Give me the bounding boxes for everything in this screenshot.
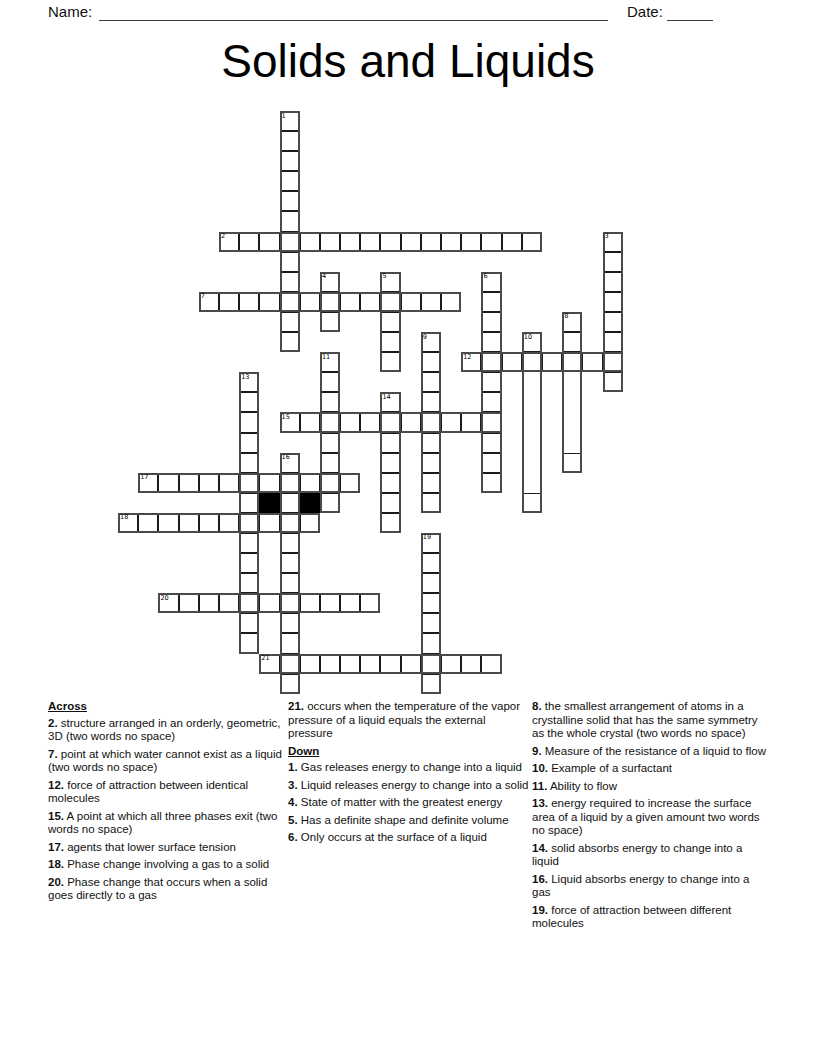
crossword-grid: 123456789101112131415161718192021 xyxy=(118,111,623,694)
grid-cell[interactable] xyxy=(421,392,441,412)
grid-cell[interactable] xyxy=(340,292,360,312)
clue-num-label: 17. xyxy=(48,841,64,853)
grid-cell[interactable] xyxy=(340,593,360,613)
grid-cell[interactable] xyxy=(421,372,441,392)
grid-cell[interactable] xyxy=(441,412,461,432)
grid-cell[interactable] xyxy=(421,412,441,432)
clue-num-label: 19. xyxy=(532,904,548,916)
grid-cell[interactable] xyxy=(340,654,360,674)
grid-cell[interactable] xyxy=(481,312,501,332)
grid-cell[interactable] xyxy=(300,232,320,252)
grid-cell[interactable] xyxy=(603,332,623,352)
clue-num-label: 2. xyxy=(48,717,58,729)
grid-cell[interactable] xyxy=(340,473,360,493)
date-blank-line[interactable] xyxy=(667,20,713,21)
grid-cell[interactable] xyxy=(239,593,259,613)
grid-cell[interactable] xyxy=(259,473,279,493)
worksheet-page: Name: Date: Solids and Liquids 123456789… xyxy=(0,0,816,1056)
grid-cell[interactable] xyxy=(421,433,441,453)
grid-cell[interactable] xyxy=(320,453,340,473)
grid-cell[interactable] xyxy=(280,513,300,533)
grid-cell[interactable] xyxy=(421,613,441,633)
clue-19: 19. force of attraction between differen… xyxy=(532,904,768,931)
grid-cell[interactable] xyxy=(199,292,219,312)
grid-cell[interactable] xyxy=(481,654,501,674)
grid-cell[interactable] xyxy=(280,473,300,493)
clue-1: 1. Gas releases energy to change into a … xyxy=(288,761,529,775)
grid-cell[interactable] xyxy=(522,493,542,513)
clue-num-label: 18. xyxy=(48,858,64,870)
clue-num-label: 20. xyxy=(48,876,64,888)
grid-cell[interactable] xyxy=(179,513,199,533)
clue-text: Example of a surfactant xyxy=(548,762,672,774)
grid-cell[interactable] xyxy=(441,654,461,674)
clue-num-label: 6. xyxy=(288,831,298,843)
grid-cell[interactable] xyxy=(239,533,259,553)
grid-cell[interactable] xyxy=(158,593,178,613)
grid-cell[interactable] xyxy=(421,633,441,653)
grid-cell[interactable] xyxy=(380,513,400,533)
clue-num-label: 1. xyxy=(288,761,298,773)
name-blank-line[interactable] xyxy=(99,20,608,21)
grid-cell[interactable] xyxy=(562,352,582,372)
grid-cell[interactable] xyxy=(421,553,441,573)
grid-cell[interactable] xyxy=(320,272,340,292)
grid-cell[interactable] xyxy=(502,352,522,372)
clue-num-label: 5. xyxy=(288,814,298,826)
grid-cell[interactable] xyxy=(259,292,279,312)
clue-num-label: 10. xyxy=(532,762,548,774)
grid-cell[interactable] xyxy=(542,352,562,372)
clue-text: Gas releases energy to change into a liq… xyxy=(298,761,522,773)
grid-cell[interactable] xyxy=(320,493,340,513)
grid-cell[interactable] xyxy=(380,412,400,432)
grid-cell[interactable] xyxy=(219,473,239,493)
grid-cell[interactable] xyxy=(603,252,623,272)
clue-text: solid absorbs energy to change into a li… xyxy=(532,842,742,868)
clue-text: force of attraction between identical mo… xyxy=(48,779,248,805)
clue-column-3: 8. the smallest arrangement of atoms in … xyxy=(532,700,768,935)
clue-num-label: 8. xyxy=(532,700,542,712)
clue-num-label: 13. xyxy=(532,797,548,809)
grid-cell[interactable] xyxy=(502,232,522,252)
black-cell xyxy=(300,493,320,513)
grid-cell[interactable] xyxy=(280,111,300,131)
grid-cell[interactable] xyxy=(380,352,400,372)
clue-3: 3. Liquid releases energy to change into… xyxy=(288,779,529,793)
grid-cell[interactable] xyxy=(380,332,400,352)
grid-cell[interactable] xyxy=(280,232,300,252)
grid-cell[interactable] xyxy=(199,513,219,533)
grid-cell[interactable] xyxy=(300,513,320,533)
grid-cell[interactable] xyxy=(461,352,481,372)
grid-cell[interactable] xyxy=(158,513,178,533)
grid-cell[interactable] xyxy=(300,593,320,613)
clue-18: 18. Phase change involving a gas to a so… xyxy=(48,858,286,872)
grid-cell[interactable] xyxy=(603,312,623,332)
grid-cell[interactable] xyxy=(421,473,441,493)
grid-cell[interactable] xyxy=(421,453,441,473)
clue-text: Liquid releases energy to change into a … xyxy=(298,779,529,791)
clue-10: 10. Example of a surfactant xyxy=(532,762,768,776)
grid-cell[interactable] xyxy=(360,232,380,252)
grid-cell[interactable] xyxy=(300,292,320,312)
grid-cell[interactable] xyxy=(118,513,138,533)
clue-text: point at which water cannot exist as a l… xyxy=(48,748,282,774)
grid-cell[interactable] xyxy=(280,493,300,513)
clue-7: 7. point at which water cannot exist as … xyxy=(48,748,286,775)
grid-cell[interactable] xyxy=(401,654,421,674)
grid-cell[interactable] xyxy=(280,553,300,573)
clue-text: occurs when the temperature of the vapor… xyxy=(288,700,520,739)
grid-cell[interactable] xyxy=(239,493,259,513)
grid-cell[interactable] xyxy=(603,272,623,292)
grid-cell[interactable] xyxy=(421,593,441,613)
name-label: Name: xyxy=(48,3,92,20)
grid-cell[interactable] xyxy=(239,513,259,533)
grid-cell[interactable] xyxy=(441,292,461,312)
grid-cell[interactable] xyxy=(481,433,501,453)
grid-cell[interactable] xyxy=(280,533,300,553)
grid-cell[interactable] xyxy=(441,232,461,252)
grid-cell[interactable] xyxy=(320,392,340,412)
clue-num-label: 3. xyxy=(288,779,298,791)
clue-17: 17. agents that lower surface tension xyxy=(48,841,286,855)
grid-cell[interactable] xyxy=(461,232,481,252)
grid-cell[interactable] xyxy=(280,633,300,653)
grid-cell[interactable] xyxy=(320,292,340,312)
clue-num-label: 12. xyxy=(48,779,64,791)
clue-11: 11. Ability to flow xyxy=(532,780,768,794)
grid-cell[interactable] xyxy=(380,654,400,674)
grid-cell[interactable] xyxy=(280,412,300,432)
clue-text: Ability to flow xyxy=(547,780,617,792)
date-label: Date: xyxy=(627,3,663,20)
grid-cell[interactable] xyxy=(421,352,441,372)
grid-cell[interactable] xyxy=(401,292,421,312)
clue-9: 9. Measure of the resistance of a liquid… xyxy=(532,745,768,759)
grid-cell[interactable] xyxy=(340,232,360,252)
grid-cell[interactable] xyxy=(461,654,481,674)
grid-cell[interactable] xyxy=(138,473,158,493)
clue-text: Phase change involving a gas to a solid xyxy=(64,858,269,870)
grid-cell[interactable] xyxy=(481,292,501,312)
grid-cell[interactable] xyxy=(481,453,501,473)
grid-cell[interactable] xyxy=(280,332,300,352)
grid-cell[interactable] xyxy=(421,292,441,312)
grid-cell[interactable] xyxy=(421,232,441,252)
grid-cell[interactable] xyxy=(421,654,441,674)
grid-cell[interactable] xyxy=(603,352,623,372)
clue-13: 13. energy required to increase the surf… xyxy=(532,797,768,838)
grid-cell[interactable] xyxy=(360,292,380,312)
grid-cell[interactable] xyxy=(280,191,300,211)
clue-text: Has a definite shape and definite volume xyxy=(298,814,509,826)
grid-cell[interactable] xyxy=(481,392,501,412)
grid-cell[interactable] xyxy=(280,151,300,171)
grid-cell[interactable] xyxy=(340,412,360,432)
grid-cell[interactable] xyxy=(421,332,441,352)
clue-text: Only occurs at the surface of a liquid xyxy=(298,831,487,843)
clue-15: 15. A point at which all three phases ex… xyxy=(48,810,286,837)
grid-cell[interactable] xyxy=(562,332,582,352)
grid-cell[interactable] xyxy=(421,674,441,694)
grid-cell[interactable] xyxy=(280,292,300,312)
grid-cell[interactable] xyxy=(522,232,542,252)
grid-cell[interactable] xyxy=(280,211,300,231)
grid-cell[interactable] xyxy=(380,453,400,473)
grid-cell[interactable] xyxy=(280,654,300,674)
grid-cell[interactable] xyxy=(239,433,259,453)
clue-12: 12. force of attraction between identica… xyxy=(48,779,286,806)
grid-cell[interactable] xyxy=(239,292,259,312)
grid-cell[interactable] xyxy=(522,332,542,352)
clue-num-label: 9. xyxy=(532,745,542,757)
clue-num-label: 14. xyxy=(532,842,548,854)
grid-cell[interactable] xyxy=(320,473,340,493)
grid-cell[interactable] xyxy=(138,513,158,533)
grid-cell[interactable] xyxy=(461,412,481,432)
grid-cell[interactable] xyxy=(219,513,239,533)
grid-cell[interactable] xyxy=(380,312,400,332)
grid-cell[interactable] xyxy=(219,593,239,613)
clue-4: 4. State of matter with the greatest ene… xyxy=(288,796,529,810)
grid-cell[interactable] xyxy=(320,433,340,453)
grid-cell[interactable] xyxy=(239,573,259,593)
grid-cell[interactable] xyxy=(280,312,300,332)
grid-cell[interactable] xyxy=(259,513,279,533)
grid-cell[interactable] xyxy=(562,312,582,332)
clue-21: 21. occurs when the temperature of the v… xyxy=(288,700,529,741)
clue-14: 14. solid absorbs energy to change into … xyxy=(532,842,768,869)
grid-cell[interactable] xyxy=(380,473,400,493)
grid-cell[interactable] xyxy=(320,654,340,674)
clue-8: 8. the smallest arrangement of atoms in … xyxy=(532,700,768,741)
clue-text: Measure of the resistance of a liquid to… xyxy=(542,745,766,757)
clue-text: Liquid absorbs energy to change into a g… xyxy=(532,873,749,899)
grid-cell[interactable] xyxy=(380,272,400,292)
clue-num-label: 15. xyxy=(48,810,64,822)
clue-num-label: 11. xyxy=(532,780,547,792)
clue-2: 2. structure arranged in an orderly, geo… xyxy=(48,717,286,744)
grid-cell[interactable] xyxy=(421,533,441,553)
grid-cell[interactable] xyxy=(219,292,239,312)
grid-cell[interactable] xyxy=(280,573,300,593)
clue-num-label: 21. xyxy=(288,700,304,712)
clue-num-label: 7. xyxy=(48,748,58,760)
grid-cell[interactable] xyxy=(481,272,501,292)
grid-cell[interactable] xyxy=(239,232,259,252)
grid-cell[interactable] xyxy=(300,473,320,493)
clue-num-label: 4. xyxy=(288,796,298,808)
grid-cell[interactable] xyxy=(179,473,199,493)
grid-cell[interactable] xyxy=(380,232,400,252)
grid-cell[interactable] xyxy=(300,654,320,674)
grid-cell[interactable] xyxy=(300,412,320,432)
clue-6: 6. Only occurs at the surface of a liqui… xyxy=(288,831,529,845)
grid-cell[interactable] xyxy=(320,312,340,332)
grid-cell[interactable] xyxy=(481,372,501,392)
grid-cell[interactable] xyxy=(219,232,239,252)
grid-cell[interactable] xyxy=(380,292,400,312)
grid-cell[interactable] xyxy=(401,412,421,432)
page-title: Solids and Liquids xyxy=(0,33,816,89)
grid-cell[interactable] xyxy=(280,252,300,272)
clue-text: force of attraction between different mo… xyxy=(532,904,731,930)
grid-cell[interactable] xyxy=(401,232,421,252)
clue-column-1: Across2. structure arranged in an orderl… xyxy=(48,700,286,907)
grid-cell[interactable] xyxy=(360,654,380,674)
grid-cell[interactable] xyxy=(280,453,300,473)
clue-20: 20. Phase change that occurs when a soli… xyxy=(48,876,286,903)
grid-cell[interactable] xyxy=(158,473,178,493)
black-cell xyxy=(259,493,279,513)
clue-column-2: 21. occurs when the temperature of the v… xyxy=(288,700,529,849)
clue-text: State of matter with the greatest energy xyxy=(298,796,503,808)
grid-cell[interactable] xyxy=(603,292,623,312)
grid-cell[interactable] xyxy=(421,573,441,593)
grid-cell[interactable] xyxy=(320,232,340,252)
grid-cell[interactable] xyxy=(259,654,279,674)
grid-cell[interactable] xyxy=(603,372,623,392)
grid-cell[interactable] xyxy=(199,473,219,493)
grid-cell[interactable] xyxy=(320,412,340,432)
grid-cell[interactable] xyxy=(239,412,259,432)
grid-cell[interactable] xyxy=(360,412,380,432)
grid-cell[interactable] xyxy=(199,593,219,613)
grid-cell[interactable] xyxy=(380,493,400,513)
clue-5: 5. Has a definite shape and definite vol… xyxy=(288,814,529,828)
grid-cell[interactable] xyxy=(522,352,542,372)
grid-cell[interactable] xyxy=(239,473,259,493)
clue-16: 16. Liquid absorbs energy to change into… xyxy=(532,873,768,900)
grid-cell[interactable] xyxy=(360,593,380,613)
clue-text: energy required to increase the surface … xyxy=(532,797,760,836)
grid-cell[interactable] xyxy=(280,131,300,151)
grid-cell[interactable] xyxy=(280,613,300,633)
clue-text: structure arranged in an orderly, geomet… xyxy=(48,717,280,743)
grid-cell[interactable] xyxy=(603,232,623,252)
clue-list-header-down: Down xyxy=(288,745,529,759)
grid-cell[interactable] xyxy=(481,332,501,352)
grid-cell[interactable] xyxy=(380,433,400,453)
grid-cell[interactable] xyxy=(320,372,340,392)
grid-cell[interactable] xyxy=(481,232,501,252)
grid-cell[interactable] xyxy=(179,593,199,613)
grid-cell[interactable] xyxy=(421,493,441,513)
clue-list-header-across: Across xyxy=(48,700,286,714)
clue-text: Phase change that occurs when a solid go… xyxy=(48,876,267,902)
grid-cell[interactable] xyxy=(239,372,259,392)
grid-cell[interactable] xyxy=(280,171,300,191)
grid-cell[interactable] xyxy=(280,593,300,613)
grid-cell[interactable] xyxy=(239,613,259,633)
grid-cell[interactable] xyxy=(239,553,259,573)
clue-text: A point at which all three phases exit (… xyxy=(48,810,278,836)
clue-text: the smallest arrangement of atoms in a c… xyxy=(532,700,758,739)
grid-cell[interactable] xyxy=(562,453,582,473)
grid-cell[interactable] xyxy=(320,593,340,613)
grid-cell[interactable] xyxy=(481,473,501,493)
grid-cell[interactable] xyxy=(380,392,400,412)
grid-cell[interactable] xyxy=(239,633,259,653)
grid-cell[interactable] xyxy=(239,453,259,473)
clue-text: agents that lower surface tension xyxy=(64,841,236,853)
grid-cell[interactable] xyxy=(259,232,279,252)
grid-cell[interactable] xyxy=(481,412,501,432)
grid-cell[interactable] xyxy=(259,593,279,613)
grid-cell[interactable] xyxy=(239,392,259,412)
grid-cell[interactable] xyxy=(280,674,300,694)
grid-cell[interactable] xyxy=(280,272,300,292)
grid-cell[interactable] xyxy=(481,352,501,372)
clue-num-label: 16. xyxy=(532,873,548,885)
grid-cell[interactable] xyxy=(320,352,340,372)
grid-cell[interactable] xyxy=(582,352,602,372)
